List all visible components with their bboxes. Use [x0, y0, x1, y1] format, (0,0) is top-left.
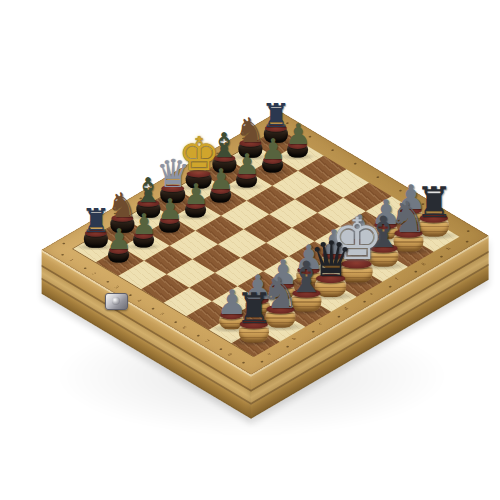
piece-white-pawn-a2: ♟: [106, 226, 132, 262]
piece-figure-pawn: ♟: [183, 181, 209, 208]
piece-figure-pawn: ♟: [106, 226, 132, 253]
piece-figure-pawn: ♟: [260, 136, 286, 163]
piece-white-pawn-d2: ♟: [183, 181, 209, 217]
piece-figure-pawn: ♟: [234, 151, 260, 178]
piece-figure-rook: ♜: [236, 289, 274, 329]
clasp-plate: [105, 293, 128, 310]
pieces-layer: ♜♟♞♟♝♟♚♟♛♟♝♟♟♞♜♟♟♜♞♟♟♝♟♚♟♛♟♝♟♞♟♜: [0, 0, 500, 500]
chess-set-photo: 1a2b3c4d5e6f7g8h ♜♟♞♟♝♟♚♟♛♟♝♟♟♞♜♟♟♜♞♟♟♝♟…: [0, 0, 500, 500]
piece-figure-pawn: ♟: [157, 196, 183, 223]
piece-white-pawn-c2: ♟: [157, 196, 183, 232]
piece-figure-pawn: ♟: [286, 121, 312, 148]
piece-figure-pawn: ♟: [132, 211, 158, 238]
clasp-latch: [105, 293, 128, 310]
piece-figure-pawn: ♟: [209, 166, 235, 193]
piece-white-pawn-h2: ♟: [286, 121, 312, 157]
piece-white-pawn-b2: ♟: [132, 211, 158, 247]
piece-black-rook-a8: ♜: [236, 289, 274, 343]
piece-white-pawn-e2: ♟: [209, 166, 235, 202]
piece-white-pawn-g2: ♟: [260, 136, 286, 172]
piece-white-pawn-f2: ♟: [234, 151, 260, 187]
